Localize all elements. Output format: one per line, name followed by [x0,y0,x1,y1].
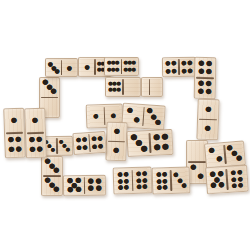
half-4: ●●●● [163,58,179,76]
pip: ● [76,144,82,150]
pip: ● [11,117,17,124]
half-6: ●●●●●● [114,168,133,194]
pip: ● [187,60,192,66]
pip: ● [29,136,35,143]
pip: ● [66,147,70,152]
pip: ● [67,186,73,193]
domino-3-3: ●●●●●● [41,156,63,196]
pip: ● [187,67,192,73]
pip: ● [140,144,147,152]
half-6: ●●●●●● [226,166,248,192]
half-4: ●●●● [26,133,46,158]
pip: ● [162,184,167,190]
domino-2-3: ●●●●● [121,103,166,131]
pip: ● [216,156,223,164]
half-4: ●●●● [179,58,195,76]
half-3: ●●● [224,141,245,166]
pip: ● [181,67,186,73]
pip: ● [190,164,196,171]
half-3: ●●● [42,176,62,195]
pip: ● [96,185,102,192]
domino-1-4: ●●●●● [24,108,47,159]
domino-4-4: ●●●●●●●● [72,131,106,155]
half-4: ●●●● [84,176,105,195]
half-3: ●●● [40,78,59,98]
pip: ● [32,117,38,124]
pip: ● [97,135,103,141]
pip: ● [36,136,42,143]
pip: ● [171,67,176,73]
pip: ● [157,184,162,190]
pip: ● [114,128,120,135]
pip: ● [162,142,169,150]
pip: ● [8,146,14,153]
half-1: ● [198,100,219,120]
half-6: ●●●●●● [122,58,139,75]
pip: ● [53,186,59,193]
pip: ● [53,167,59,174]
half-4: ●●●● [5,133,25,158]
pip: ● [82,136,88,142]
half-0 [142,78,150,96]
domino-6-6: ●●●●●●●●●●●● [113,166,153,194]
pip: ● [91,135,97,141]
half-6: ●●●●●● [132,167,151,193]
pip: ● [15,136,21,143]
half-4: ●●●● [73,133,90,154]
pip: ● [132,67,136,72]
pip: ● [136,183,141,189]
half-1: ● [62,59,78,76]
pip: ● [92,143,98,149]
pip: ● [198,173,204,180]
pip: ● [165,67,170,73]
domino-1-1: ●● [105,122,127,162]
pip: ● [8,136,14,143]
pip: ● [29,146,35,153]
pip: ● [198,68,204,75]
half-3: ●●● [42,157,62,176]
pip: ● [88,185,94,192]
domino-5-6: ●●●●●●●●●●● [205,165,249,195]
pip: ● [210,182,217,189]
pip: ● [75,186,81,193]
domino-6-6: ●●●●●●●●●●●● [104,57,139,76]
domino-5-4: ●●●●●●●●● [63,175,106,197]
domino-3-4: ●●●●●●● [126,129,173,157]
pip: ● [116,87,120,92]
half-3: ●●● [143,105,165,129]
half-6: ●●●●●● [105,58,122,75]
dominoes-photo: ●●●●●●●●●●●●●●●●●●●●●●●●●●●●●●●●●●●●●●●●… [0,0,250,250]
half-6: ●●●●●● [106,78,123,96]
domino-1-4: ●●●●● [3,108,26,159]
pip: ● [198,88,204,95]
pip: ● [238,181,244,187]
half-1: ● [197,119,218,139]
half-4: ●●●● [195,78,215,98]
pip: ● [206,68,212,75]
pip: ● [115,67,119,72]
domino-3-1: ●●●● [45,58,78,77]
half-0 [150,78,162,96]
domino-4-4: ●●●●●●●● [162,57,196,78]
pip: ● [118,184,123,190]
pip: ● [93,113,98,119]
pip: ● [127,107,134,114]
domino-1-1: ●● [196,99,219,141]
half-3: ●●● [57,137,72,155]
pip: ● [55,68,60,74]
pip: ● [16,146,22,153]
half-4: ●●●● [89,132,106,153]
pip: ● [37,146,43,153]
half-0 [123,78,140,96]
half-1: ● [87,105,105,128]
pip: ● [82,144,88,150]
pip: ● [142,183,147,189]
half-1: ● [25,109,45,134]
domino-4-4: ●●●●●●●● [194,57,217,99]
pip: ● [51,88,57,95]
pip: ● [76,136,82,142]
pip: ● [181,60,186,66]
pip: ● [116,81,120,86]
pip: ● [231,182,237,188]
pip: ● [171,60,176,66]
pip: ● [153,133,160,141]
pip: ● [98,143,104,149]
half-1: ● [4,109,24,134]
pip: ● [205,106,211,113]
domino-0-0 [141,77,163,97]
half-2: ●● [205,143,226,168]
half-3: ●●● [46,59,62,76]
half-6: ●●●●●● [153,168,172,194]
half-3: ●●● [127,131,150,156]
half-4: ●●●● [149,130,172,155]
pip: ● [111,112,116,118]
pip: ● [236,154,243,162]
pip: ● [84,64,89,70]
half-5: ●●●●● [206,167,228,193]
pip: ● [205,88,211,95]
half-1: ● [79,58,95,76]
domino-6-3: ●●●●●●●●● [152,166,191,194]
pip: ● [124,184,129,190]
pip: ● [67,64,72,70]
pip: ● [218,181,225,188]
pip: ● [51,147,55,152]
pip: ● [204,125,210,132]
half-1: ● [107,123,127,142]
pip: ● [155,119,162,126]
domino-6-0: ●●●●●● [105,77,141,97]
pip: ● [165,60,170,66]
pip: ● [153,143,160,151]
pip: ● [133,117,140,124]
pip: ● [113,147,119,154]
half-4: ●●●● [195,58,215,78]
half-5: ●●●●● [64,176,85,195]
half-1: ● [106,141,126,160]
pip: ● [181,182,186,188]
pip: ● [208,147,215,155]
half-3: ●●● [171,167,190,193]
pip: ● [161,133,168,141]
